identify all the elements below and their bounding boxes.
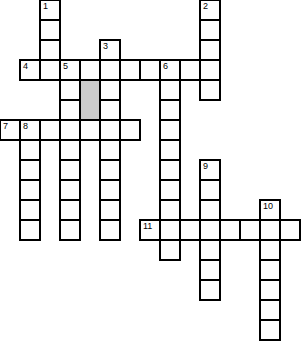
crossword-cell[interactable]: 7 <box>0 119 21 141</box>
crossword-cell[interactable]: 6 <box>159 59 181 81</box>
crossword-cell[interactable] <box>199 279 221 301</box>
crossword-cell[interactable] <box>259 279 281 301</box>
crossword-cell[interactable]: 5 <box>59 59 81 81</box>
clue-number: 3 <box>103 41 108 51</box>
crossword-cell[interactable] <box>19 159 41 181</box>
crossword-cell[interactable] <box>139 59 161 81</box>
crossword-cell[interactable]: 1 <box>39 0 61 21</box>
shaded-cell <box>79 79 101 121</box>
crossword-cell[interactable] <box>39 39 61 61</box>
crossword-cell[interactable] <box>179 219 201 241</box>
crossword-cell[interactable] <box>259 319 281 341</box>
crossword-cell[interactable] <box>19 139 41 161</box>
crossword-cell[interactable] <box>59 139 81 161</box>
crossword-cell[interactable] <box>59 199 81 221</box>
crossword-cell[interactable] <box>159 239 181 261</box>
crossword-cell[interactable] <box>259 299 281 321</box>
crossword-cell[interactable] <box>99 119 121 141</box>
crossword-cell[interactable] <box>59 79 81 101</box>
clue-number: 6 <box>163 61 168 71</box>
clue-number: 2 <box>203 1 208 11</box>
crossword-cell[interactable] <box>259 239 281 261</box>
crossword-cell[interactable] <box>19 219 41 241</box>
clue-number: 11 <box>143 221 152 231</box>
clue-number: 9 <box>203 161 208 171</box>
crossword-cell[interactable] <box>199 39 221 61</box>
crossword-cell[interactable] <box>79 59 101 81</box>
crossword-cell[interactable] <box>199 219 221 241</box>
crossword-cell[interactable]: 3 <box>99 39 121 61</box>
clue-number: 5 <box>63 61 68 71</box>
crossword-cell[interactable]: 8 <box>19 119 41 141</box>
crossword-cell[interactable] <box>159 219 181 241</box>
crossword-cell[interactable] <box>19 199 41 221</box>
crossword-cell[interactable] <box>39 59 61 81</box>
crossword-cell[interactable] <box>99 179 121 201</box>
crossword-cell[interactable] <box>199 179 221 201</box>
crossword-cell[interactable] <box>99 79 121 101</box>
crossword-cell[interactable] <box>119 59 141 81</box>
crossword-cell[interactable] <box>199 19 221 41</box>
crossword-cell[interactable] <box>159 119 181 141</box>
crossword-cell[interactable] <box>199 59 221 81</box>
crossword-cell[interactable] <box>99 99 121 121</box>
crossword-cell[interactable] <box>199 259 221 281</box>
clue-number: 8 <box>23 121 28 131</box>
clue-number: 4 <box>23 61 28 71</box>
crossword-cell[interactable] <box>59 179 81 201</box>
crossword-cell[interactable] <box>159 199 181 221</box>
crossword-board: 1234567891011 <box>0 0 301 341</box>
clue-number: 1 <box>43 1 48 11</box>
crossword-cell[interactable]: 9 <box>199 159 221 181</box>
crossword-cell[interactable] <box>99 159 121 181</box>
crossword-cell[interactable] <box>39 119 61 141</box>
crossword-cell[interactable] <box>99 199 121 221</box>
crossword-cell[interactable]: 11 <box>139 219 161 241</box>
crossword-cell[interactable] <box>119 119 141 141</box>
crossword-cell[interactable] <box>59 159 81 181</box>
clue-number: 7 <box>3 121 8 131</box>
crossword-cell[interactable] <box>159 179 181 201</box>
crossword-cell[interactable] <box>59 119 81 141</box>
clue-number: 10 <box>263 201 273 211</box>
crossword-cell[interactable] <box>59 219 81 241</box>
crossword-cell[interactable] <box>99 219 121 241</box>
crossword-cell[interactable] <box>279 219 301 241</box>
crossword-cell[interactable] <box>199 79 221 101</box>
crossword-cell[interactable] <box>219 219 241 241</box>
crossword-cell[interactable]: 4 <box>19 59 41 81</box>
crossword-cell[interactable] <box>179 59 201 81</box>
crossword-cell[interactable] <box>199 239 221 261</box>
crossword-cell[interactable] <box>259 219 281 241</box>
crossword-cell[interactable] <box>99 139 121 161</box>
crossword-cell[interactable]: 2 <box>199 0 221 21</box>
crossword-cell[interactable] <box>199 199 221 221</box>
crossword-cell[interactable] <box>79 119 101 141</box>
crossword-cell[interactable] <box>59 99 81 121</box>
crossword-cell[interactable] <box>159 159 181 181</box>
crossword-cell[interactable] <box>159 139 181 161</box>
crossword-cell[interactable] <box>259 259 281 281</box>
crossword-cell[interactable] <box>239 219 261 241</box>
crossword-cell[interactable] <box>159 99 181 121</box>
crossword-cell[interactable] <box>19 179 41 201</box>
crossword-cell[interactable] <box>159 79 181 101</box>
crossword-cell[interactable]: 10 <box>259 199 281 221</box>
crossword-cell[interactable] <box>39 19 61 41</box>
crossword-cell[interactable] <box>99 59 121 81</box>
